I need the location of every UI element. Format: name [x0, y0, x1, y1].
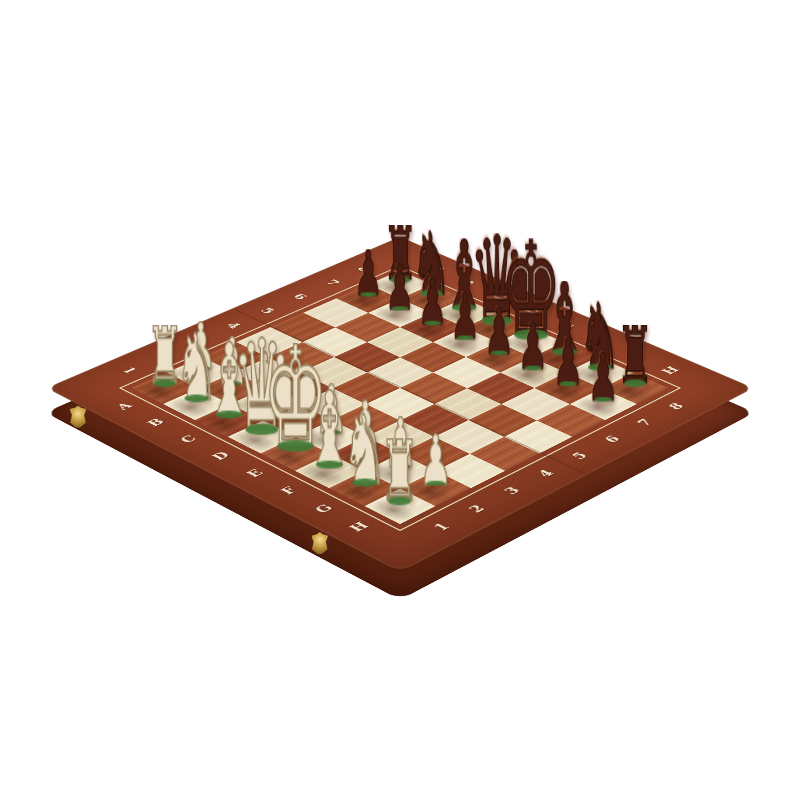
file-label-south-B: B: [134, 412, 177, 433]
file-label-south-D: D: [199, 445, 243, 467]
rank-label-east-1: 1: [418, 515, 464, 538]
rank-label-east-4: 4: [523, 462, 568, 484]
board-top: AABBCCDDEEFFGGHH1122334455667788 ♜♞♝♛♚♝♞…: [46, 237, 753, 572]
white-rook-glyph: ♜: [380, 438, 420, 506]
green-felt-base: [595, 397, 612, 403]
rank-label-east-5: 5: [557, 445, 601, 467]
rank-label-east-7: 7: [623, 412, 666, 433]
product-photo: { "game": "chess", "scene_description": …: [0, 0, 800, 800]
rank-label-east-6: 6: [590, 428, 634, 449]
rank-label-east-3: 3: [489, 479, 534, 501]
file-label-south-H: H: [336, 515, 382, 538]
file-label-south-C: C: [166, 428, 210, 449]
scene: AABBCCDDEEFFGGHH1122334455667788 ♜♞♝♛♚♝♞…: [0, 0, 800, 800]
file-label-south-A: A: [103, 396, 146, 416]
file-label-south-F: F: [266, 479, 311, 501]
rank-label-east-8: 8: [655, 396, 698, 416]
rank-label-east-2: 2: [454, 497, 499, 520]
